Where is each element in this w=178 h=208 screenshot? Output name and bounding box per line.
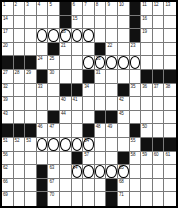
clue-number-65: 65 [119,165,124,170]
cell-r7c13[interactable]: 36 [141,84,153,98]
cell-r15c9[interactable] [95,192,107,206]
clue-number-8: 8 [96,2,98,7]
clue-number-18: 18 [61,29,66,34]
cell-r4c2[interactable] [14,43,26,57]
cell-r8c15[interactable] [164,97,176,111]
clue-number-16: 16 [142,16,147,21]
cell-r6c1[interactable]: 27 [2,70,14,84]
cell-r15c5[interactable]: 70 [48,192,60,206]
clue-number-7: 7 [84,2,86,7]
black-cell-r10c8 [83,124,95,138]
black-cell-r14c4 [37,179,49,193]
black-cell-r11c14 [153,138,165,152]
black-cell-r2c12 [130,16,142,30]
cell-r2c3[interactable] [25,16,37,30]
cell-r1c11[interactable]: 10 [118,2,130,16]
circle-marker [83,165,94,178]
clue-number-43: 43 [3,111,8,116]
cell-r9c13[interactable] [141,111,153,125]
circled-cell-r3c5[interactable] [48,29,60,43]
black-cell-r10c1 [2,124,14,138]
circled-cell-r3c7[interactable] [72,29,84,43]
cell-r8c12[interactable] [130,97,142,111]
cell-r8c8[interactable] [83,97,95,111]
cell-r15c12[interactable] [130,192,142,206]
cell-r3c9[interactable] [95,29,107,43]
circle-marker [118,56,129,69]
cell-r14c8[interactable] [83,179,95,193]
black-cell-r10c2 [14,124,26,138]
cell-r10c10[interactable]: 49 [106,124,118,138]
cell-r6c3[interactable]: 29 [25,70,37,84]
circled-cell-r13c8[interactable] [83,165,95,179]
cell-r7c8[interactable]: 34 [83,84,95,98]
black-cell-r12c11 [118,152,130,166]
clue-number-70: 70 [49,192,54,197]
black-cell-r7c6 [60,84,72,98]
cell-r7c1[interactable]: 32 [2,84,14,98]
cell-r4c7[interactable] [72,43,84,57]
cell-r8c5[interactable] [48,97,60,111]
clue-number-57: 57 [84,152,89,157]
black-cell-r11c13 [141,138,153,152]
cell-r12c6[interactable] [60,152,72,166]
cell-r10c15[interactable] [164,124,176,138]
clue-number-32: 32 [3,84,8,89]
cell-r15c8[interactable] [83,192,95,206]
circled-cell-r11c4[interactable] [37,138,49,152]
cell-r15c13[interactable] [141,192,153,206]
cell-r4c14[interactable] [153,43,165,57]
circle-marker [48,29,59,42]
black-cell-r5c3 [25,56,37,70]
clue-number-60: 60 [154,152,159,157]
black-cell-r6c15 [164,70,176,84]
circle-marker [48,138,59,151]
black-cell-r12c7 [72,152,84,166]
cell-r2c7[interactable]: 15 [72,16,84,30]
cell-r3c13[interactable]: 19 [141,29,153,43]
cell-r4c15[interactable] [164,43,176,57]
clue-number-71: 71 [119,192,124,197]
cell-r2c8[interactable] [83,16,95,30]
clue-number-26: 26 [96,56,101,61]
clue-number-36: 36 [142,84,147,89]
clue-number-25: 25 [49,56,54,61]
cell-r5c6[interactable] [60,56,72,70]
cell-r14c5[interactable]: 67 [48,179,60,193]
cell-r15c1[interactable]: 69 [2,192,14,206]
clue-number-19: 19 [142,29,147,34]
cell-r13c14[interactable] [153,165,165,179]
clue-number-48: 48 [96,124,101,129]
cell-r7c15[interactable]: 38 [164,84,176,98]
cell-r2c14[interactable] [153,16,165,30]
clue-number-55: 55 [131,138,136,143]
cell-r8c13[interactable] [141,97,153,111]
circle-marker [83,29,94,42]
black-cell-r9c10 [106,111,118,125]
clue-number-50: 50 [142,124,147,129]
clue-number-33: 33 [38,84,43,89]
cell-r8c2[interactable] [14,97,26,111]
cell-r11c1[interactable]: 51 [2,138,14,152]
cell-r3c1[interactable]: 17 [2,29,14,43]
cell-r15c2[interactable] [14,192,26,206]
cell-r1c14[interactable]: 12 [153,2,165,16]
clue-number-31: 31 [96,70,101,75]
clue-number-53: 53 [26,138,31,143]
cell-r4c3[interactable] [25,43,37,57]
circled-cell-r13c9[interactable] [95,165,107,179]
cell-r10c5[interactable]: 47 [48,124,60,138]
cell-r2c10[interactable] [106,16,118,30]
black-cell-r4c9 [95,43,107,57]
cell-r4c4[interactable] [37,43,49,57]
cell-r3c10[interactable] [106,29,118,43]
clue-number-69: 69 [3,192,8,197]
clue-number-23: 23 [131,43,136,48]
cell-r1c10[interactable]: 9 [106,2,118,16]
cell-r13c5[interactable]: 63 [48,165,60,179]
cell-r13c12[interactable] [130,165,142,179]
cell-r3c2[interactable] [14,29,26,43]
black-cell-r15c4 [37,192,49,206]
cell-r1c9[interactable]: 8 [95,2,107,16]
clue-number-20: 20 [3,43,8,48]
cell-r4c11[interactable] [118,43,130,57]
black-cell-r6c4 [37,70,49,84]
black-cell-r11c15 [164,138,176,152]
circled-cell-r13c11[interactable]: 65 [118,165,130,179]
clue-number-56: 56 [3,152,8,157]
cell-r13c13[interactable] [141,165,153,179]
clue-number-47: 47 [49,124,54,129]
cell-r11c3[interactable]: 53 [25,138,37,152]
cell-r15c6[interactable] [60,192,72,206]
cell-r13c2[interactable] [14,165,26,179]
cell-r9c15[interactable] [164,111,176,125]
cell-r12c1[interactable]: 56 [2,152,14,166]
circled-cell-r5c12[interactable] [130,56,142,70]
cell-r2c1[interactable]: 14 [2,16,14,30]
cell-r2c11[interactable] [118,16,130,30]
cell-r15c15[interactable] [164,192,176,206]
cell-r8c9[interactable] [95,97,107,111]
cell-r12c2[interactable] [14,152,26,166]
clue-number-38: 38 [165,84,170,89]
clue-number-67: 67 [49,179,54,184]
circled-cell-r3c6[interactable]: 18 [60,29,72,43]
circled-cell-r13c7[interactable]: 64 [72,165,84,179]
clue-number-5: 5 [49,2,51,7]
cell-r14c11[interactable]: 68 [118,179,130,193]
clue-number-66: 66 [3,179,8,184]
clue-number-35: 35 [131,84,136,89]
cell-r6c11[interactable] [118,70,130,84]
circled-cell-r11c5[interactable] [48,138,60,152]
clue-number-61: 61 [165,152,170,157]
cell-r5c5[interactable]: 25 [48,56,60,70]
clue-number-42: 42 [119,97,124,102]
cell-r9c2[interactable] [14,111,26,125]
black-cell-r5c2 [14,56,26,70]
cell-r14c7[interactable] [72,179,84,193]
clue-number-15: 15 [73,16,78,21]
cell-r8c7[interactable]: 41 [72,97,84,111]
circled-cell-r5c9[interactable]: 26 [95,56,107,70]
cell-r3c15[interactable] [164,29,176,43]
cell-r12c5[interactable] [48,152,60,166]
cell-r1c13[interactable]: 11 [141,2,153,16]
circled-cell-r11c7[interactable] [72,138,84,152]
black-cell-r6c8 [83,70,95,84]
clue-number-63: 63 [49,165,54,170]
black-cell-r15c10 [106,192,118,206]
clue-number-24: 24 [38,56,43,61]
black-cell-r4c5 [48,43,60,57]
cell-r8c3[interactable] [25,97,37,111]
circled-cell-r5c8[interactable] [83,56,95,70]
clue-number-49: 49 [107,124,112,129]
circle-marker [130,56,141,69]
cell-r11c11[interactable] [118,138,130,152]
cell-r7c2[interactable] [14,84,26,98]
cell-r6c7[interactable] [72,70,84,84]
cell-r12c12[interactable]: 58 [130,152,142,166]
cell-r8c10[interactable] [106,97,118,111]
cell-r15c3[interactable] [25,192,37,206]
black-cell-r1c6 [60,2,72,16]
clue-number-62: 62 [3,165,8,170]
cell-r10c7[interactable] [72,124,84,138]
clue-number-27: 27 [3,70,8,75]
clue-number-59: 59 [142,152,147,157]
black-cell-r10c3 [25,124,37,138]
cell-r4c10[interactable]: 22 [106,43,118,57]
cell-r2c5[interactable] [48,16,60,30]
cell-r15c11[interactable]: 71 [118,192,130,206]
circled-cell-r11c6[interactable] [60,138,72,152]
cell-r15c7[interactable] [72,192,84,206]
cell-r14c6[interactable] [60,179,72,193]
cell-r14c15[interactable] [164,179,176,193]
cell-r6c9[interactable]: 31 [95,70,107,84]
clue-number-68: 68 [119,179,124,184]
cell-r4c8[interactable] [83,43,95,57]
cell-r3c3[interactable] [25,29,37,43]
cell-r10c14[interactable] [153,124,165,138]
clue-number-44: 44 [61,111,66,116]
cell-r14c13[interactable] [141,179,153,193]
clue-number-21: 21 [61,43,66,48]
cell-r9c6[interactable]: 44 [60,111,72,125]
cell-r8c6[interactable]: 40 [60,97,72,111]
cell-r13c6[interactable] [60,165,72,179]
clue-number-9: 9 [107,2,109,7]
cell-r14c3[interactable] [25,179,37,193]
circled-cell-r5c11[interactable] [118,56,130,70]
clue-number-14: 14 [3,16,8,21]
cell-r5c7[interactable] [72,56,84,70]
black-cell-r14c10 [106,179,118,193]
cell-r4c13[interactable] [141,43,153,57]
cell-r12c4[interactable] [37,152,49,166]
cell-r1c4[interactable]: 4 [37,2,49,16]
black-cell-r9c9 [95,111,107,125]
circle-marker [37,138,48,151]
cell-r2c9[interactable] [95,16,107,30]
black-cell-r3c12 [130,29,142,43]
circle-marker [95,165,106,178]
clue-number-17: 17 [3,29,8,34]
cell-r9c11[interactable]: 45 [118,111,130,125]
cell-r5c13[interactable] [141,56,153,70]
cell-r13c1[interactable]: 62 [2,165,14,179]
cell-r5c14[interactable] [153,56,165,70]
cell-r12c10[interactable] [106,152,118,166]
cell-r1c5[interactable]: 5 [48,2,60,16]
cell-r1c3[interactable]: 3 [25,2,37,16]
clue-number-29: 29 [26,70,31,75]
cell-r15c14[interactable] [153,192,165,206]
cell-r2c4[interactable] [37,16,49,30]
clue-number-28: 28 [15,70,20,75]
cell-r8c1[interactable]: 39 [2,97,14,111]
clue-number-1: 1 [3,2,5,7]
cell-r11c12[interactable]: 55 [130,138,142,152]
cell-r5c15[interactable] [164,56,176,70]
cell-r2c13[interactable]: 16 [141,16,153,30]
cell-r3c11[interactable] [118,29,130,43]
cell-r9c4[interactable] [37,111,49,125]
black-cell-r1c12 [130,2,142,16]
cell-r6c6[interactable] [60,70,72,84]
cell-r13c3[interactable] [25,165,37,179]
clue-number-45: 45 [119,111,124,116]
cell-r4c6[interactable]: 21 [60,43,72,57]
cell-r12c15[interactable]: 61 [164,152,176,166]
clue-number-4: 4 [38,2,40,7]
cell-r10c13[interactable]: 50 [141,124,153,138]
circled-cell-r3c4[interactable] [37,29,49,43]
clue-number-54: 54 [84,138,89,143]
cell-r7c10[interactable] [106,84,118,98]
cell-r1c15[interactable]: 13 [164,2,176,16]
circle-marker [83,56,94,69]
circled-cell-r13c10[interactable] [106,165,118,179]
circled-cell-r3c8[interactable] [83,29,95,43]
cell-r1c8[interactable]: 7 [83,2,95,16]
cell-r2c2[interactable] [14,16,26,30]
cell-r9c7[interactable] [72,111,84,125]
cell-r9c12[interactable] [130,111,142,125]
cell-r9c3[interactable] [25,111,37,125]
black-cell-r7c11 [118,84,130,98]
clue-number-51: 51 [3,138,8,143]
cell-r9c1[interactable]: 43 [2,111,14,125]
cell-r10c11[interactable] [118,124,130,138]
cell-r7c3[interactable] [25,84,37,98]
black-cell-r9c5 [48,111,60,125]
cell-r7c9[interactable] [95,84,107,98]
black-cell-r6c13 [141,70,153,84]
circled-cell-r11c8[interactable]: 54 [83,138,95,152]
cell-r14c12[interactable] [130,179,142,193]
circle-marker [37,29,48,42]
cell-r11c2[interactable]: 52 [14,138,26,152]
cell-r12c14[interactable]: 60 [153,152,165,166]
cell-r7c5[interactable] [48,84,60,98]
circle-marker [72,29,83,42]
cell-r8c11[interactable]: 42 [118,97,130,111]
cell-r1c2[interactable]: 2 [14,2,26,16]
cell-r7c4[interactable]: 33 [37,84,49,98]
cell-r13c15[interactable] [164,165,176,179]
clue-number-41: 41 [73,97,78,102]
cell-r9c8[interactable] [83,111,95,125]
cell-r12c8[interactable]: 57 [83,152,95,166]
cell-r10c6[interactable] [60,124,72,138]
cell-r4c1[interactable]: 20 [2,43,14,57]
black-cell-r6c14 [153,70,165,84]
circle-marker [60,138,71,151]
black-cell-r10c12 [130,124,142,138]
cell-r8c4[interactable] [37,97,49,111]
clue-number-46: 46 [38,124,43,129]
cell-r10c4[interactable]: 46 [37,124,49,138]
cell-r3c14[interactable] [153,29,165,43]
cell-r1c7[interactable]: 6 [72,2,84,16]
cell-r12c13[interactable]: 59 [141,152,153,166]
cell-r6c12[interactable] [130,70,142,84]
cell-r14c1[interactable]: 66 [2,179,14,193]
cell-r11c10[interactable] [106,138,118,152]
cell-r4c12[interactable]: 23 [130,43,142,57]
cell-r12c9[interactable] [95,152,107,166]
cell-r6c10[interactable] [106,70,118,84]
clue-number-34: 34 [84,84,89,89]
black-cell-r5c1 [2,56,14,70]
clue-number-10: 10 [119,2,124,7]
cell-r5c4[interactable]: 24 [37,56,49,70]
cell-r6c2[interactable]: 28 [14,70,26,84]
circle-marker [72,138,83,151]
clue-number-58: 58 [131,152,136,157]
circled-cell-r5c10[interactable] [106,56,118,70]
clue-number-40: 40 [61,97,66,102]
clue-number-3: 3 [26,2,28,7]
cell-r2c15[interactable] [164,16,176,30]
clue-number-11: 11 [142,2,146,7]
cell-r14c14[interactable] [153,179,165,193]
cell-r7c14[interactable]: 37 [153,84,165,98]
cell-r9c14[interactable] [153,111,165,125]
cell-r14c9[interactable] [95,179,107,193]
clue-number-64: 64 [73,165,78,170]
clue-number-12: 12 [154,2,159,7]
cell-r10c9[interactable]: 48 [95,124,107,138]
cell-r8c14[interactable] [153,97,165,111]
cell-r12c3[interactable] [25,152,37,166]
crossword-grid: 1234567891011121314151617181920212223242… [0,0,178,208]
cell-r6c5[interactable]: 30 [48,70,60,84]
black-cell-r13c4 [37,165,49,179]
cell-r14c2[interactable] [14,179,26,193]
cell-r11c9[interactable] [95,138,107,152]
cell-r1c1[interactable]: 1 [2,2,14,16]
cell-r7c12[interactable]: 35 [130,84,142,98]
